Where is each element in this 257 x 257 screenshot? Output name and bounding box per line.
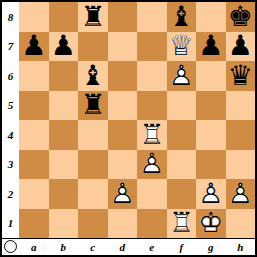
square-g5[interactable] [196, 91, 226, 121]
piece-outline: ♙ [196, 179, 226, 209]
square-e3[interactable]: ♟♙ [137, 150, 167, 180]
square-f4[interactable] [167, 120, 197, 150]
white-pawn-piece[interactable]: ♟♙ [108, 179, 138, 209]
square-a8[interactable] [19, 2, 49, 32]
white-pawn-piece[interactable]: ♟♙ [137, 150, 167, 180]
square-b1[interactable] [49, 209, 79, 239]
square-g3[interactable] [196, 150, 226, 180]
file-label-g: g [196, 239, 226, 255]
piece-outline: ♙ [137, 150, 167, 180]
piece-glyph: ♛ [226, 61, 256, 91]
black-rook-piece[interactable]: ♜ [78, 91, 108, 121]
piece-glyph: ♟ [19, 32, 49, 62]
file-label-c: c [78, 239, 108, 255]
square-a3[interactable] [19, 150, 49, 180]
piece-glyph: ♟ [226, 32, 256, 62]
square-d5[interactable] [108, 91, 138, 121]
square-a7[interactable]: ♟ [19, 32, 49, 62]
white-rook-piece[interactable]: ♜♖ [137, 120, 167, 150]
square-h4[interactable] [226, 120, 256, 150]
square-g7[interactable]: ♟ [196, 32, 226, 62]
file-labels: abcdefgh [19, 239, 255, 255]
square-c1[interactable] [78, 209, 108, 239]
square-c8[interactable]: ♜ [78, 2, 108, 32]
square-f6[interactable]: ♟♙ [167, 61, 197, 91]
file-label-d: d [108, 239, 138, 255]
square-f1[interactable]: ♜♖ [167, 209, 197, 239]
square-d8[interactable] [108, 2, 138, 32]
square-b7[interactable]: ♟ [49, 32, 79, 62]
square-a1[interactable] [19, 209, 49, 239]
piece-glyph: ♟ [196, 32, 226, 62]
square-c5[interactable]: ♜ [78, 91, 108, 121]
chess-board: ♜♝♚♟♟♛♕♟♟♝♟♙♛♜♜♖♟♙♟♙♟♙♟♙♜♖♚♔ [19, 2, 255, 238]
square-g8[interactable] [196, 2, 226, 32]
white-pawn-piece[interactable]: ♟♙ [167, 61, 197, 91]
piece-outline: ♙ [226, 179, 256, 209]
piece-outline: ♖ [167, 209, 197, 239]
square-b2[interactable] [49, 179, 79, 209]
square-g6[interactable] [196, 61, 226, 91]
square-c4[interactable] [78, 120, 108, 150]
piece-outline: ♖ [137, 120, 167, 150]
piece-outline: ♙ [108, 179, 138, 209]
black-pawn-piece[interactable]: ♟ [49, 32, 79, 62]
square-f5[interactable] [167, 91, 197, 121]
square-d6[interactable] [108, 61, 138, 91]
white-rook-piece[interactable]: ♜♖ [167, 209, 197, 239]
rank-label-5: 5 [2, 91, 19, 121]
bottom-strip: abcdefgh [2, 238, 255, 255]
square-b3[interactable] [49, 150, 79, 180]
rank-labels: 87654321 [2, 2, 19, 238]
square-e1[interactable] [137, 209, 167, 239]
black-pawn-piece[interactable]: ♟ [196, 32, 226, 62]
black-pawn-piece[interactable]: ♟ [19, 32, 49, 62]
square-f3[interactable] [167, 150, 197, 180]
square-c3[interactable] [78, 150, 108, 180]
square-d1[interactable] [108, 209, 138, 239]
rank-label-8: 8 [2, 2, 19, 32]
white-queen-piece[interactable]: ♛♕ [167, 32, 197, 62]
square-c6[interactable]: ♝ [78, 61, 108, 91]
rank-label-7: 7 [2, 32, 19, 62]
piece-glyph: ♚ [226, 2, 256, 32]
square-h1[interactable] [226, 209, 256, 239]
square-a5[interactable] [19, 91, 49, 121]
black-king-piece[interactable]: ♚ [226, 2, 256, 32]
square-b4[interactable] [49, 120, 79, 150]
square-h8[interactable]: ♚ [226, 2, 256, 32]
square-h6[interactable]: ♛ [226, 61, 256, 91]
piece-outline: ♕ [167, 32, 197, 62]
piece-outline: ♔ [196, 209, 226, 239]
white-pawn-piece[interactable]: ♟♙ [196, 179, 226, 209]
white-pawn-piece[interactable]: ♟♙ [226, 179, 256, 209]
file-label-e: e [137, 239, 167, 255]
black-pawn-piece[interactable]: ♟ [226, 32, 256, 62]
piece-glyph: ♜ [78, 91, 108, 121]
square-d4[interactable] [108, 120, 138, 150]
square-e4[interactable]: ♜♖ [137, 120, 167, 150]
square-b8[interactable] [49, 2, 79, 32]
black-queen-piece[interactable]: ♛ [226, 61, 256, 91]
square-h3[interactable] [226, 150, 256, 180]
square-h7[interactable]: ♟ [226, 32, 256, 62]
square-a6[interactable] [19, 61, 49, 91]
square-d3[interactable] [108, 150, 138, 180]
square-h5[interactable] [226, 91, 256, 121]
black-bishop-piece[interactable]: ♝ [78, 61, 108, 91]
white-king-piece[interactable]: ♚♔ [196, 209, 226, 239]
square-g4[interactable] [196, 120, 226, 150]
square-e8[interactable] [137, 2, 167, 32]
rank-label-6: 6 [2, 61, 19, 91]
rank-label-2: 2 [2, 179, 19, 209]
square-g2[interactable]: ♟♙ [196, 179, 226, 209]
square-a2[interactable] [19, 179, 49, 209]
square-b5[interactable] [49, 91, 79, 121]
piece-glyph: ♝ [167, 2, 197, 32]
square-d7[interactable] [108, 32, 138, 62]
rank-label-1: 1 [2, 209, 19, 239]
square-h2[interactable]: ♟♙ [226, 179, 256, 209]
file-label-h: h [226, 239, 256, 255]
square-f2[interactable] [167, 179, 197, 209]
square-e5[interactable] [137, 91, 167, 121]
square-b6[interactable] [49, 61, 79, 91]
square-c7[interactable] [78, 32, 108, 62]
file-label-f: f [167, 239, 197, 255]
square-e6[interactable] [137, 61, 167, 91]
rank-label-4: 4 [2, 120, 19, 150]
piece-glyph: ♝ [78, 61, 108, 91]
rank-label-3: 3 [2, 150, 19, 180]
square-f8[interactable]: ♝ [167, 2, 197, 32]
black-bishop-piece[interactable]: ♝ [167, 2, 197, 32]
square-d2[interactable]: ♟♙ [108, 179, 138, 209]
square-a4[interactable] [19, 120, 49, 150]
square-f7[interactable]: ♛♕ [167, 32, 197, 62]
file-label-a: a [19, 239, 49, 255]
white-to-move-indicator [4, 240, 17, 253]
piece-outline: ♙ [167, 61, 197, 91]
piece-glyph: ♟ [49, 32, 79, 62]
square-e7[interactable] [137, 32, 167, 62]
piece-glyph: ♜ [78, 2, 108, 32]
black-rook-piece[interactable]: ♜ [78, 2, 108, 32]
square-c2[interactable] [78, 179, 108, 209]
file-label-b: b [49, 239, 79, 255]
square-g1[interactable]: ♚♔ [196, 209, 226, 239]
chess-diagram: 87654321 ♜♝♚♟♟♛♕♟♟♝♟♙♛♜♜♖♟♙♟♙♟♙♟♙♜♖♚♔ ab… [0, 0, 257, 257]
square-e2[interactable] [137, 179, 167, 209]
